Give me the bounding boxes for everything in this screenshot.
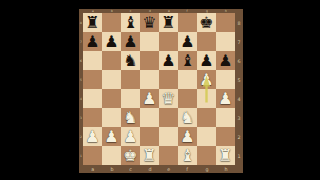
piece-white-pawn: ♟ — [140, 89, 159, 108]
square-c4[interactable] — [121, 89, 140, 108]
piece-white-pawn: ♟ — [178, 127, 197, 146]
square-a2[interactable]: ♟ — [83, 127, 102, 146]
piece-white-pawn: ♟ — [121, 127, 140, 146]
file-label-g: g — [197, 165, 216, 173]
square-g1[interactable] — [197, 146, 216, 165]
piece-black-pawn: ♟ — [121, 32, 140, 51]
square-f6[interactable]: ♝ — [178, 51, 197, 70]
square-e3[interactable] — [159, 108, 178, 127]
file-label-b: b — [102, 165, 121, 173]
square-h2[interactable] — [216, 127, 235, 146]
rank-label-2: 2 — [235, 127, 243, 146]
square-d4[interactable]: ♟ — [140, 89, 159, 108]
square-b1[interactable] — [102, 146, 121, 165]
square-h1[interactable]: ♜ — [216, 146, 235, 165]
rank-label-1: 1 — [235, 146, 243, 165]
square-g4[interactable] — [197, 89, 216, 108]
piece-white-knight: ♞ — [121, 108, 140, 127]
square-h6[interactable]: ♟ — [216, 51, 235, 70]
square-c7[interactable]: ♟ — [121, 32, 140, 51]
rank-label-8: 8 — [235, 13, 243, 32]
file-label-c: c — [121, 165, 140, 173]
square-c8[interactable]: ♝ — [121, 13, 140, 32]
file-labels-bottom: abcdefgh — [79, 165, 243, 173]
square-f8[interactable] — [178, 13, 197, 32]
file-label-e: e — [159, 165, 178, 173]
square-b2[interactable]: ♟ — [102, 127, 121, 146]
square-e1[interactable] — [159, 146, 178, 165]
piece-white-pawn: ♟ — [102, 127, 121, 146]
square-d6[interactable] — [140, 51, 159, 70]
square-g6[interactable]: ♟ — [197, 51, 216, 70]
square-e2[interactable] — [159, 127, 178, 146]
square-e6[interactable]: ♟ — [159, 51, 178, 70]
file-label-d: d — [140, 165, 159, 173]
rank-label-7: 7 — [235, 32, 243, 51]
square-f3[interactable]: ♞ — [178, 108, 197, 127]
piece-white-pawn: ♟ — [83, 127, 102, 146]
square-h5[interactable] — [216, 70, 235, 89]
square-g7[interactable] — [197, 32, 216, 51]
square-d7[interactable] — [140, 32, 159, 51]
piece-black-rook: ♜ — [159, 13, 178, 32]
rank-label-5: 5 — [235, 70, 243, 89]
file-label-a: a — [83, 165, 102, 173]
piece-black-pawn: ♟ — [197, 51, 216, 70]
rank-label-3: 3 — [235, 108, 243, 127]
square-d3[interactable] — [140, 108, 159, 127]
square-d8[interactable]: ♛ — [140, 13, 159, 32]
square-f7[interactable]: ♟ — [178, 32, 197, 51]
rank-labels-right: 87654321 — [235, 13, 243, 165]
square-b6[interactable] — [102, 51, 121, 70]
piece-black-pawn: ♟ — [216, 51, 235, 70]
square-d5[interactable] — [140, 70, 159, 89]
rank-label-4: 4 — [235, 89, 243, 108]
square-a4[interactable] — [83, 89, 102, 108]
square-h4[interactable]: ♟ — [216, 89, 235, 108]
piece-black-bishop: ♝ — [121, 13, 140, 32]
chess-board: abcdefgh 87654321 ♜♝♛♜♚♟♟♟♟♞♟♝♟♟♟♟♛♟♞♞♟♟… — [79, 9, 243, 173]
square-b3[interactable] — [102, 108, 121, 127]
square-f5[interactable] — [178, 70, 197, 89]
square-g8[interactable]: ♚ — [197, 13, 216, 32]
square-b7[interactable]: ♟ — [102, 32, 121, 51]
piece-white-rook: ♜ — [140, 146, 159, 165]
square-a6[interactable] — [83, 51, 102, 70]
file-label-f: f — [178, 165, 197, 173]
square-h7[interactable] — [216, 32, 235, 51]
piece-white-bishop: ♝ — [178, 146, 197, 165]
piece-black-bishop: ♝ — [178, 51, 197, 70]
square-e8[interactable]: ♜ — [159, 13, 178, 32]
square-c6[interactable]: ♞ — [121, 51, 140, 70]
square-f1[interactable]: ♝ — [178, 146, 197, 165]
square-a1[interactable] — [83, 146, 102, 165]
piece-white-queen: ♛ — [159, 89, 178, 108]
square-a8[interactable]: ♜ — [83, 13, 102, 32]
square-a7[interactable]: ♟ — [83, 32, 102, 51]
piece-white-king: ♚ — [121, 146, 140, 165]
square-g2[interactable] — [197, 127, 216, 146]
piece-white-rook: ♜ — [216, 146, 235, 165]
piece-black-rook: ♜ — [83, 13, 102, 32]
square-d2[interactable] — [140, 127, 159, 146]
piece-black-pawn: ♟ — [102, 32, 121, 51]
square-g5[interactable]: ♟ — [197, 70, 216, 89]
square-b8[interactable] — [102, 13, 121, 32]
square-g3[interactable] — [197, 108, 216, 127]
square-e4[interactable]: ♛ — [159, 89, 178, 108]
square-b5[interactable] — [102, 70, 121, 89]
square-f4[interactable] — [178, 89, 197, 108]
square-c3[interactable]: ♞ — [121, 108, 140, 127]
square-a5[interactable] — [83, 70, 102, 89]
piece-black-pawn: ♟ — [159, 51, 178, 70]
square-c2[interactable]: ♟ — [121, 127, 140, 146]
piece-black-pawn: ♟ — [83, 32, 102, 51]
square-c1[interactable]: ♚ — [121, 146, 140, 165]
square-a3[interactable] — [83, 108, 102, 127]
piece-black-pawn: ♟ — [178, 32, 197, 51]
square-d1[interactable]: ♜ — [140, 146, 159, 165]
square-e5[interactable] — [159, 70, 178, 89]
square-h8[interactable] — [216, 13, 235, 32]
piece-white-pawn: ♟ — [216, 89, 235, 108]
piece-white-knight: ♞ — [178, 108, 197, 127]
square-b4[interactable] — [102, 89, 121, 108]
square-c5[interactable] — [121, 70, 140, 89]
board-squares: ♜♝♛♜♚♟♟♟♟♞♟♝♟♟♟♟♛♟♞♞♟♟♟♟♚♜♝♜ — [83, 13, 235, 165]
square-h3[interactable] — [216, 108, 235, 127]
piece-black-queen: ♛ — [140, 13, 159, 32]
piece-black-knight: ♞ — [121, 51, 140, 70]
square-e7[interactable] — [159, 32, 178, 51]
piece-black-king: ♚ — [197, 13, 216, 32]
file-label-h: h — [216, 165, 235, 173]
rank-label-6: 6 — [235, 51, 243, 70]
video-frame: abcdefgh 87654321 ♜♝♛♜♚♟♟♟♟♞♟♝♟♟♟♟♛♟♞♞♟♟… — [0, 0, 320, 180]
piece-white-pawn: ♟ — [197, 70, 216, 89]
square-f2[interactable]: ♟ — [178, 127, 197, 146]
